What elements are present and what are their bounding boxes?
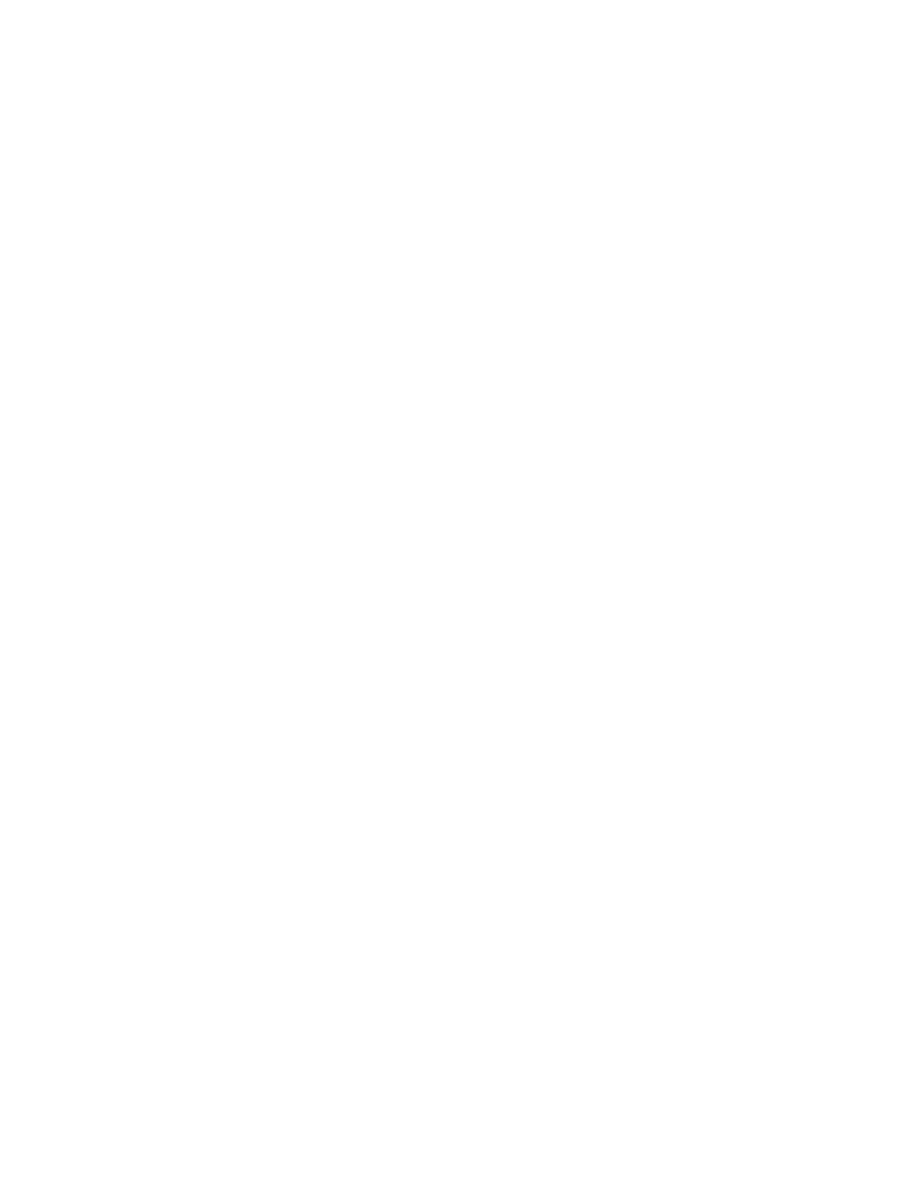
photo-canvas (0, 0, 900, 1200)
